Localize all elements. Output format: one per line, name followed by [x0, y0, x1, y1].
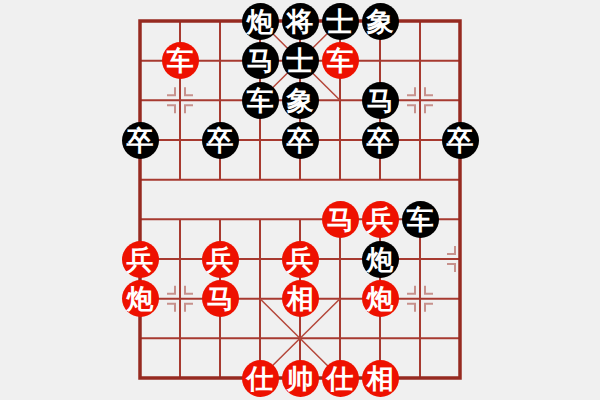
piece-red-chariot[interactable]: 车 [162, 42, 199, 79]
piece-red-elephant[interactable]: 相 [282, 280, 319, 317]
piece-black-soldier[interactable]: 卒 [122, 122, 159, 159]
pieces-layer: 炮将士象车马士车车象马卒卒卒卒卒马兵车兵兵兵炮炮马相炮仕帅仕相 [0, 0, 600, 400]
piece-red-elephant[interactable]: 相 [362, 360, 399, 397]
piece-red-soldier[interactable]: 兵 [282, 241, 319, 278]
piece-black-chariot[interactable]: 车 [242, 82, 279, 119]
piece-black-cannon[interactable]: 炮 [242, 3, 279, 40]
piece-black-horse[interactable]: 马 [242, 42, 279, 79]
piece-black-elephant[interactable]: 象 [282, 82, 319, 119]
piece-red-horse[interactable]: 马 [322, 201, 359, 238]
piece-black-soldier[interactable]: 卒 [442, 122, 479, 159]
piece-red-advisor[interactable]: 仕 [242, 360, 279, 397]
piece-black-soldier[interactable]: 卒 [282, 122, 319, 159]
piece-red-advisor[interactable]: 仕 [322, 360, 359, 397]
piece-red-cannon[interactable]: 炮 [362, 280, 399, 317]
piece-black-advisor[interactable]: 士 [322, 3, 359, 40]
piece-black-advisor[interactable]: 士 [282, 42, 319, 79]
piece-red-cannon[interactable]: 炮 [122, 280, 159, 317]
piece-red-soldier[interactable]: 兵 [122, 241, 159, 278]
piece-black-soldier[interactable]: 卒 [362, 122, 399, 159]
piece-red-chariot[interactable]: 车 [322, 42, 359, 79]
piece-red-soldier[interactable]: 兵 [362, 201, 399, 238]
piece-red-general[interactable]: 帅 [282, 360, 319, 397]
piece-black-general[interactable]: 将 [282, 3, 319, 40]
piece-black-soldier[interactable]: 卒 [202, 122, 239, 159]
piece-red-horse[interactable]: 马 [202, 280, 239, 317]
piece-red-soldier[interactable]: 兵 [202, 241, 239, 278]
app-background: 炮将士象车马士车车象马卒卒卒卒卒马兵车兵兵兵炮炮马相炮仕帅仕相 [0, 0, 600, 400]
piece-black-horse[interactable]: 马 [362, 82, 399, 119]
piece-black-elephant[interactable]: 象 [362, 3, 399, 40]
piece-black-chariot[interactable]: 车 [402, 201, 439, 238]
piece-black-cannon[interactable]: 炮 [362, 241, 399, 278]
